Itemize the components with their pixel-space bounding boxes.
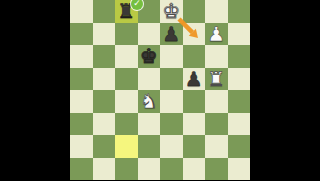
square-f1[interactable] xyxy=(183,158,206,181)
square-d7[interactable] xyxy=(138,23,161,46)
square-f3[interactable] xyxy=(183,113,206,136)
square-h3[interactable] xyxy=(228,113,251,136)
letterbox-right xyxy=(250,0,320,180)
correct-move-check-icon: ✓ xyxy=(131,0,143,10)
square-g8[interactable] xyxy=(205,0,228,23)
white-king[interactable]: ♚ xyxy=(162,1,180,21)
square-h1[interactable] xyxy=(228,158,251,181)
square-e3[interactable] xyxy=(160,113,183,136)
square-c6[interactable] xyxy=(115,45,138,68)
square-a2[interactable] xyxy=(70,135,93,158)
black-pawn[interactable]: ♟ xyxy=(162,24,180,44)
square-g1[interactable] xyxy=(205,158,228,181)
square-c7[interactable] xyxy=(115,23,138,46)
square-h5[interactable] xyxy=(228,68,251,91)
square-f5[interactable]: ♟ xyxy=(183,68,206,91)
square-a8[interactable] xyxy=(70,0,93,23)
square-a7[interactable] xyxy=(70,23,93,46)
square-b3[interactable] xyxy=(93,113,116,136)
square-a3[interactable] xyxy=(70,113,93,136)
square-a5[interactable] xyxy=(70,68,93,91)
video-frame: ♜♚♟♟♚♟♜♞ ✓ xyxy=(0,0,320,180)
square-e5[interactable] xyxy=(160,68,183,91)
black-king[interactable]: ♚ xyxy=(140,46,158,66)
square-d6[interactable]: ♚ xyxy=(138,45,161,68)
white-rook[interactable]: ♜ xyxy=(207,69,225,89)
square-b2[interactable] xyxy=(93,135,116,158)
square-c3[interactable] xyxy=(115,113,138,136)
square-e2[interactable] xyxy=(160,135,183,158)
square-c1[interactable] xyxy=(115,158,138,181)
square-d4[interactable]: ♞ xyxy=(138,90,161,113)
white-pawn[interactable]: ♟ xyxy=(207,24,225,44)
square-b1[interactable] xyxy=(93,158,116,181)
square-f2[interactable] xyxy=(183,135,206,158)
letterbox-left xyxy=(0,0,70,180)
square-e6[interactable] xyxy=(160,45,183,68)
square-h4[interactable] xyxy=(228,90,251,113)
square-d2[interactable] xyxy=(138,135,161,158)
square-h6[interactable] xyxy=(228,45,251,68)
square-f4[interactable] xyxy=(183,90,206,113)
square-e8[interactable]: ♚ xyxy=(160,0,183,23)
square-g7[interactable]: ♟ xyxy=(205,23,228,46)
square-h7[interactable] xyxy=(228,23,251,46)
square-d3[interactable] xyxy=(138,113,161,136)
square-f8[interactable] xyxy=(183,0,206,23)
black-pawn[interactable]: ♟ xyxy=(185,69,203,89)
square-g4[interactable] xyxy=(205,90,228,113)
square-c2[interactable] xyxy=(115,135,138,158)
square-d5[interactable] xyxy=(138,68,161,91)
square-d1[interactable] xyxy=(138,158,161,181)
square-a1[interactable] xyxy=(70,158,93,181)
square-g2[interactable] xyxy=(205,135,228,158)
square-h8[interactable] xyxy=(228,0,251,23)
square-a4[interactable] xyxy=(70,90,93,113)
square-g5[interactable]: ♜ xyxy=(205,68,228,91)
square-c4[interactable] xyxy=(115,90,138,113)
square-b7[interactable] xyxy=(93,23,116,46)
square-g3[interactable] xyxy=(205,113,228,136)
square-a6[interactable] xyxy=(70,45,93,68)
square-b5[interactable] xyxy=(93,68,116,91)
square-e4[interactable] xyxy=(160,90,183,113)
chess-board[interactable]: ♜♚♟♟♚♟♜♞ xyxy=(70,0,250,180)
square-h2[interactable] xyxy=(228,135,251,158)
square-b8[interactable] xyxy=(93,0,116,23)
square-b6[interactable] xyxy=(93,45,116,68)
square-f7[interactable] xyxy=(183,23,206,46)
square-e1[interactable] xyxy=(160,158,183,181)
square-b4[interactable] xyxy=(93,90,116,113)
square-c5[interactable] xyxy=(115,68,138,91)
square-g6[interactable] xyxy=(205,45,228,68)
square-f6[interactable] xyxy=(183,45,206,68)
white-knight[interactable]: ♞ xyxy=(140,91,158,111)
square-e7[interactable]: ♟ xyxy=(160,23,183,46)
